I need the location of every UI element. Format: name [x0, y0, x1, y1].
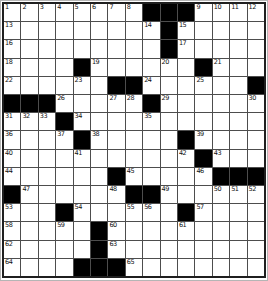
- clue-number: 48: [109, 186, 116, 193]
- grid-cell[interactable]: [248, 204, 264, 221]
- black-cell: [108, 168, 124, 185]
- clue-number: 34: [75, 113, 82, 120]
- grid-cell[interactable]: [213, 204, 229, 221]
- black-cell: [161, 40, 177, 57]
- grid-cell[interactable]: 31: [4, 113, 20, 130]
- black-cell: [4, 95, 20, 112]
- grid-cell[interactable]: 56: [143, 204, 159, 221]
- grid-cell[interactable]: [213, 22, 229, 39]
- black-cell: [161, 22, 177, 39]
- clue-number: 29: [162, 95, 169, 102]
- grid-cell[interactable]: 8: [126, 4, 142, 21]
- clue-number: 45: [127, 168, 134, 175]
- grid-cell[interactable]: [108, 59, 124, 76]
- grid-cell[interactable]: 32: [21, 113, 37, 130]
- grid-cell[interactable]: [21, 241, 37, 258]
- crossword-grid: 1234567891011121314151617181920212223242…: [2, 2, 266, 278]
- grid-cell[interactable]: 7: [108, 4, 124, 21]
- clue-number: 65: [127, 259, 134, 266]
- grid-cell[interactable]: 29: [161, 95, 177, 112]
- grid-cell[interactable]: [74, 22, 90, 39]
- grid-cell[interactable]: [230, 222, 246, 239]
- grid-cell[interactable]: 61: [178, 222, 194, 239]
- clue-number: 12: [249, 4, 256, 11]
- clue-number: 10: [214, 4, 221, 11]
- black-cell: [74, 59, 90, 76]
- grid-cell[interactable]: [39, 186, 55, 203]
- grid-cell[interactable]: [126, 150, 142, 167]
- grid-cell[interactable]: 13: [4, 22, 20, 39]
- grid-cell[interactable]: [195, 22, 211, 39]
- clue-number: 35: [144, 113, 151, 120]
- clue-number: 14: [144, 22, 151, 29]
- grid-cell[interactable]: 39: [195, 131, 211, 148]
- grid-cell[interactable]: [213, 131, 229, 148]
- grid-cell[interactable]: [39, 22, 55, 39]
- black-cell: [230, 168, 246, 185]
- grid-cell[interactable]: [126, 131, 142, 148]
- grid-cell[interactable]: 55: [126, 204, 142, 221]
- clue-number: 33: [40, 113, 47, 120]
- black-cell: [178, 204, 194, 221]
- grid-cell[interactable]: 41: [74, 150, 90, 167]
- grid-cell[interactable]: [39, 40, 55, 57]
- clue-number: 39: [196, 131, 203, 138]
- grid-cell[interactable]: 43: [213, 150, 229, 167]
- black-cell: [195, 150, 211, 167]
- grid-cell[interactable]: 24: [143, 77, 159, 94]
- grid-cell[interactable]: [161, 168, 177, 185]
- clue-number: 20: [162, 59, 169, 66]
- grid-cell[interactable]: [213, 259, 229, 276]
- grid-cell[interactable]: [91, 150, 107, 167]
- grid-cell[interactable]: 6: [91, 4, 107, 21]
- clue-number: 54: [75, 204, 82, 211]
- clue-number: 11: [231, 4, 238, 11]
- grid-cell[interactable]: [91, 186, 107, 203]
- grid-cell[interactable]: [230, 150, 246, 167]
- clue-number: 57: [196, 204, 203, 211]
- grid-cell[interactable]: [143, 259, 159, 276]
- clue-number: 27: [109, 95, 116, 102]
- clue-number: 24: [144, 77, 151, 84]
- grid-cell[interactable]: [161, 204, 177, 221]
- grid-cell[interactable]: [161, 77, 177, 94]
- grid-cell[interactable]: [39, 204, 55, 221]
- grid-cell[interactable]: [39, 222, 55, 239]
- grid-cell[interactable]: [161, 259, 177, 276]
- grid-cell[interactable]: [195, 186, 211, 203]
- grid-cell[interactable]: 16: [4, 40, 20, 57]
- grid-cell[interactable]: [248, 259, 264, 276]
- grid-cell[interactable]: [213, 113, 229, 130]
- black-cell: [74, 259, 90, 276]
- grid-cell[interactable]: 3: [39, 4, 55, 21]
- clue-number: 46: [196, 168, 203, 175]
- clue-number: 63: [109, 241, 116, 248]
- black-cell: [195, 59, 211, 76]
- grid-cell[interactable]: [213, 40, 229, 57]
- grid-cell[interactable]: [143, 131, 159, 148]
- grid-cell[interactable]: 48: [108, 186, 124, 203]
- black-cell: [91, 241, 107, 258]
- grid-cell[interactable]: [126, 241, 142, 258]
- grid-cell[interactable]: [74, 222, 90, 239]
- grid-cell[interactable]: [39, 59, 55, 76]
- grid-cell[interactable]: 9: [195, 4, 211, 21]
- grid-cell[interactable]: 59: [56, 222, 72, 239]
- grid-cell[interactable]: [161, 131, 177, 148]
- clue-number: 62: [5, 241, 12, 248]
- clue-number: 17: [179, 40, 186, 47]
- grid-cell[interactable]: [230, 22, 246, 39]
- clue-number: 59: [57, 222, 64, 229]
- clue-number: 44: [5, 168, 12, 175]
- black-cell: [161, 4, 177, 21]
- grid-cell[interactable]: [178, 259, 194, 276]
- grid-cell[interactable]: 26: [56, 95, 72, 112]
- grid-cell[interactable]: [195, 113, 211, 130]
- black-cell: [91, 222, 107, 239]
- grid-cell[interactable]: 35: [143, 113, 159, 130]
- grid-cell[interactable]: 20: [161, 59, 177, 76]
- grid-cell[interactable]: 10: [213, 4, 229, 21]
- grid-cell[interactable]: [143, 150, 159, 167]
- grid-cell[interactable]: 58: [4, 222, 20, 239]
- grid-cell[interactable]: [161, 113, 177, 130]
- grid-cell[interactable]: [74, 40, 90, 57]
- clue-number: 28: [127, 95, 134, 102]
- grid-cell[interactable]: [230, 40, 246, 57]
- grid-cell[interactable]: 28: [126, 95, 142, 112]
- clue-number: 22: [5, 77, 12, 84]
- grid-cell[interactable]: [248, 131, 264, 148]
- clue-number: 21: [214, 59, 221, 66]
- grid-cell[interactable]: [91, 22, 107, 39]
- grid-cell[interactable]: [230, 241, 246, 258]
- black-cell: [126, 77, 142, 94]
- grid-cell[interactable]: [108, 150, 124, 167]
- black-cell: [4, 186, 20, 203]
- clue-number: 7: [109, 4, 113, 11]
- clue-number: 50: [214, 186, 221, 193]
- grid-cell[interactable]: [56, 22, 72, 39]
- clue-number: 16: [5, 40, 12, 47]
- grid-cell[interactable]: [178, 95, 194, 112]
- grid-cell[interactable]: [56, 186, 72, 203]
- grid-cell[interactable]: [56, 40, 72, 57]
- grid-cell[interactable]: 22: [4, 77, 20, 94]
- black-cell: [143, 95, 159, 112]
- black-cell: [74, 131, 90, 148]
- clue-number: 4: [57, 4, 61, 11]
- grid-cell[interactable]: [21, 77, 37, 94]
- grid-cell[interactable]: [56, 259, 72, 276]
- black-cell: [56, 113, 72, 130]
- grid-cell[interactable]: [248, 222, 264, 239]
- grid-cell[interactable]: [91, 113, 107, 130]
- grid-cell[interactable]: 25: [195, 77, 211, 94]
- grid-cell[interactable]: [126, 59, 142, 76]
- grid-cell[interactable]: [21, 59, 37, 76]
- grid-cell[interactable]: 27: [108, 95, 124, 112]
- black-cell: [108, 259, 124, 276]
- black-cell: [56, 204, 72, 221]
- grid-cell[interactable]: 33: [39, 113, 55, 130]
- grid-cell[interactable]: [161, 241, 177, 258]
- grid-cell[interactable]: 36: [4, 131, 20, 148]
- grid-cell[interactable]: [248, 113, 264, 130]
- black-cell: [248, 77, 264, 94]
- grid-cell[interactable]: [21, 131, 37, 148]
- grid-cell[interactable]: [21, 204, 37, 221]
- grid-cell[interactable]: [143, 241, 159, 258]
- grid-cell[interactable]: [230, 204, 246, 221]
- clue-number: 38: [92, 131, 99, 138]
- grid-cell[interactable]: 12: [248, 4, 264, 21]
- grid-cell[interactable]: 60: [108, 222, 124, 239]
- clue-number: 26: [57, 95, 64, 102]
- grid-cell[interactable]: [108, 113, 124, 130]
- clue-number: 3: [40, 4, 44, 11]
- grid-cell[interactable]: [39, 241, 55, 258]
- clue-number: 64: [5, 259, 12, 266]
- grid-cell[interactable]: [74, 168, 90, 185]
- grid-cell[interactable]: [21, 259, 37, 276]
- clue-number: 15: [179, 22, 186, 29]
- grid-cell[interactable]: [91, 77, 107, 94]
- grid-cell[interactable]: [195, 241, 211, 258]
- grid-cell[interactable]: 57: [195, 204, 211, 221]
- clue-number: 52: [249, 186, 256, 193]
- grid-cell[interactable]: [143, 40, 159, 57]
- black-cell: [108, 77, 124, 94]
- grid-cell[interactable]: [56, 241, 72, 258]
- grid-cell[interactable]: 45: [126, 168, 142, 185]
- clue-number: 58: [5, 222, 12, 229]
- black-cell: [91, 259, 107, 276]
- grid-cell[interactable]: [195, 259, 211, 276]
- grid-cell[interactable]: 21: [213, 59, 229, 76]
- grid-cell[interactable]: 51: [230, 186, 246, 203]
- grid-cell[interactable]: [91, 95, 107, 112]
- grid-cell[interactable]: 4: [56, 4, 72, 21]
- grid-cell[interactable]: [56, 77, 72, 94]
- clue-number: 18: [5, 59, 12, 66]
- grid-cell[interactable]: [230, 59, 246, 76]
- grid-cell[interactable]: 49: [161, 186, 177, 203]
- grid-cell[interactable]: [230, 95, 246, 112]
- grid-cell[interactable]: [178, 241, 194, 258]
- grid-cell[interactable]: [248, 150, 264, 167]
- grid-cell[interactable]: [161, 150, 177, 167]
- grid-cell[interactable]: [230, 77, 246, 94]
- grid-cell[interactable]: 2: [21, 4, 37, 21]
- black-cell: [143, 186, 159, 203]
- clue-number: 37: [57, 131, 64, 138]
- grid-cell[interactable]: 44: [4, 168, 20, 185]
- clue-number: 43: [214, 150, 221, 157]
- grid-cell[interactable]: [248, 241, 264, 258]
- grid-cell[interactable]: [161, 222, 177, 239]
- grid-cell[interactable]: [21, 168, 37, 185]
- clue-number: 25: [196, 77, 203, 84]
- grid-cell[interactable]: 5: [74, 4, 90, 21]
- black-cell: [143, 4, 159, 21]
- grid-cell[interactable]: [21, 22, 37, 39]
- clue-number: 30: [249, 95, 256, 102]
- grid-cell[interactable]: [178, 168, 194, 185]
- grid-cell[interactable]: 14: [143, 22, 159, 39]
- black-cell: [39, 95, 55, 112]
- clue-number: 36: [5, 131, 12, 138]
- grid-cell[interactable]: 18: [4, 59, 20, 76]
- clue-number: 51: [231, 186, 238, 193]
- clue-number: 9: [196, 4, 200, 11]
- clue-number: 31: [5, 113, 12, 120]
- grid-cell[interactable]: 64: [4, 259, 20, 276]
- grid-cell[interactable]: [178, 186, 194, 203]
- grid-cell[interactable]: 15: [178, 22, 194, 39]
- black-cell: [213, 168, 229, 185]
- grid-cell[interactable]: [178, 77, 194, 94]
- grid-cell[interactable]: [195, 40, 211, 57]
- grid-cell[interactable]: [108, 22, 124, 39]
- grid-cell[interactable]: 38: [91, 131, 107, 148]
- clue-number: 55: [127, 204, 134, 211]
- clue-number: 40: [5, 150, 12, 157]
- grid-cell[interactable]: [213, 77, 229, 94]
- grid-cell[interactable]: [108, 204, 124, 221]
- black-cell: [178, 4, 194, 21]
- grid-cell[interactable]: [213, 241, 229, 258]
- clue-number: 13: [5, 22, 12, 29]
- grid-cell[interactable]: 62: [4, 241, 20, 258]
- clue-number: 32: [22, 113, 29, 120]
- grid-cell[interactable]: 23: [74, 77, 90, 94]
- grid-cell[interactable]: 34: [74, 113, 90, 130]
- grid-cell[interactable]: [213, 222, 229, 239]
- grid-cell[interactable]: 54: [74, 204, 90, 221]
- clue-number: 42: [179, 150, 186, 157]
- grid-cell[interactable]: 11: [230, 4, 246, 21]
- grid-cell[interactable]: [178, 113, 194, 130]
- grid-cell[interactable]: [74, 95, 90, 112]
- grid-cell[interactable]: 47: [21, 186, 37, 203]
- grid-cell[interactable]: [143, 59, 159, 76]
- clue-number: 23: [75, 77, 82, 84]
- clue-number: 53: [5, 204, 12, 211]
- black-cell: [126, 186, 142, 203]
- grid-cell[interactable]: [74, 186, 90, 203]
- grid-cell[interactable]: [126, 113, 142, 130]
- grid-cell[interactable]: [21, 222, 37, 239]
- grid-cell[interactable]: [230, 259, 246, 276]
- grid-cell[interactable]: 37: [56, 131, 72, 148]
- grid-cell[interactable]: [143, 168, 159, 185]
- clue-number: 19: [92, 59, 99, 66]
- grid-cell[interactable]: [230, 131, 246, 148]
- black-cell: [178, 131, 194, 148]
- grid-cell[interactable]: [126, 222, 142, 239]
- black-cell: [21, 95, 37, 112]
- grid-cell[interactable]: 46: [195, 168, 211, 185]
- grid-cell[interactable]: [195, 95, 211, 112]
- grid-cell[interactable]: [74, 241, 90, 258]
- grid-cell[interactable]: 42: [178, 150, 194, 167]
- grid-cell[interactable]: [39, 150, 55, 167]
- grid-cell[interactable]: [56, 59, 72, 76]
- grid-cell[interactable]: [56, 150, 72, 167]
- clue-number: 8: [127, 4, 131, 11]
- grid-cell[interactable]: 30: [248, 95, 264, 112]
- clue-number: 1: [5, 4, 9, 11]
- grid-cell[interactable]: 53: [4, 204, 20, 221]
- grid-cell[interactable]: [21, 40, 37, 57]
- grid-cell[interactable]: 1: [4, 4, 20, 21]
- grid-cell[interactable]: [39, 259, 55, 276]
- grid-cell[interactable]: 52: [248, 186, 264, 203]
- grid-cell[interactable]: [91, 204, 107, 221]
- grid-cell[interactable]: [91, 168, 107, 185]
- grid-cell[interactable]: [39, 168, 55, 185]
- grid-cell[interactable]: [126, 40, 142, 57]
- grid-cell[interactable]: [230, 113, 246, 130]
- clue-number: 56: [144, 204, 151, 211]
- grid-cell[interactable]: [56, 168, 72, 185]
- clue-number: 2: [22, 4, 26, 11]
- grid-cell[interactable]: 50: [213, 186, 229, 203]
- grid-cell[interactable]: 19: [91, 59, 107, 76]
- grid-cell[interactable]: [39, 77, 55, 94]
- grid-cell[interactable]: [91, 40, 107, 57]
- grid-cell[interactable]: [108, 131, 124, 148]
- grid-cell[interactable]: 65: [126, 259, 142, 276]
- grid-cell[interactable]: [248, 59, 264, 76]
- grid-cell[interactable]: [178, 59, 194, 76]
- grid-cell[interactable]: [195, 222, 211, 239]
- grid-cell[interactable]: 40: [4, 150, 20, 167]
- grid-cell[interactable]: [248, 40, 264, 57]
- grid-cell[interactable]: [21, 150, 37, 167]
- grid-cell[interactable]: [143, 222, 159, 239]
- grid-cell[interactable]: 63: [108, 241, 124, 258]
- grid-cell[interactable]: [39, 131, 55, 148]
- grid-cell[interactable]: [248, 22, 264, 39]
- grid-cell[interactable]: [213, 95, 229, 112]
- grid-cell[interactable]: 17: [178, 40, 194, 57]
- black-cell: [248, 168, 264, 185]
- clue-number: 47: [22, 186, 29, 193]
- clue-number: 6: [92, 4, 96, 11]
- grid-cell[interactable]: [108, 40, 124, 57]
- clue-number: 5: [75, 4, 79, 11]
- clue-number: 41: [75, 150, 82, 157]
- grid-cell[interactable]: [126, 22, 142, 39]
- clue-number: 61: [179, 222, 186, 229]
- clue-number: 60: [109, 222, 116, 229]
- clue-number: 49: [162, 186, 169, 193]
